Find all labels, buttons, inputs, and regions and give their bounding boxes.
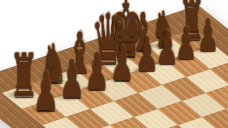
pawn[interactable]: ♟	[197, 13, 219, 58]
pawn[interactable]: ♟	[136, 30, 159, 78]
pawn[interactable]: ♟	[33, 65, 59, 119]
pawn[interactable]: ♟	[59, 54, 84, 107]
pawn[interactable]: ♟	[110, 38, 134, 88]
pawn[interactable]: ♟	[156, 25, 178, 71]
product-photo: ♜♞♝♛♚♝♞♜♟♟♟♟♟♟♟♟	[0, 0, 228, 128]
pawn[interactable]: ♟	[85, 46, 109, 97]
pawn[interactable]: ♟	[175, 21, 197, 66]
